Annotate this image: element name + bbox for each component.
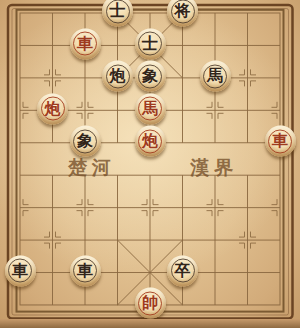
xiangqi-board: 楚河 漢界 士将車士炮象馬炮馬象炮車車車卒帥 <box>0 0 300 328</box>
piece-red-cannon[interactable]: 炮 <box>37 93 68 124</box>
piece-red-chariot[interactable]: 車 <box>70 28 101 59</box>
piece-red-chariot[interactable]: 車 <box>265 126 296 157</box>
piece-black-advisor[interactable]: 士 <box>102 0 133 27</box>
piece-black-advisor[interactable]: 士 <box>135 28 166 59</box>
piece-glyph: 士 <box>102 0 133 27</box>
piece-glyph: 炮 <box>37 93 68 124</box>
piece-glyph: 象 <box>135 61 166 92</box>
piece-glyph: 象 <box>70 126 101 157</box>
piece-glyph: 卒 <box>167 255 198 286</box>
piece-glyph: 馬 <box>135 93 166 124</box>
piece-glyph: 車 <box>70 28 101 59</box>
piece-black-elephant[interactable]: 象 <box>135 61 166 92</box>
piece-glyph: 炮 <box>135 126 166 157</box>
piece-glyph: 車 <box>70 255 101 286</box>
piece-black-soldier[interactable]: 卒 <box>167 255 198 286</box>
piece-black-general[interactable]: 将 <box>167 0 198 27</box>
piece-black-elephant[interactable]: 象 <box>70 126 101 157</box>
piece-glyph: 士 <box>135 28 166 59</box>
piece-red-general[interactable]: 帥 <box>135 288 166 319</box>
piece-black-chariot[interactable]: 車 <box>5 255 36 286</box>
board-bottom-shadow <box>0 319 300 328</box>
piece-black-chariot[interactable]: 車 <box>70 255 101 286</box>
piece-red-cannon[interactable]: 炮 <box>135 126 166 157</box>
piece-black-cannon[interactable]: 炮 <box>102 61 133 92</box>
piece-glyph: 車 <box>265 126 296 157</box>
piece-glyph: 将 <box>167 0 198 27</box>
piece-red-horse[interactable]: 馬 <box>135 93 166 124</box>
piece-glyph: 馬 <box>200 61 231 92</box>
piece-glyph: 炮 <box>102 61 133 92</box>
pieces-layer: 士将車士炮象馬炮馬象炮車車車卒帥 <box>4 0 297 321</box>
piece-glyph: 帥 <box>135 288 166 319</box>
piece-black-horse[interactable]: 馬 <box>200 61 231 92</box>
piece-glyph: 車 <box>5 255 36 286</box>
